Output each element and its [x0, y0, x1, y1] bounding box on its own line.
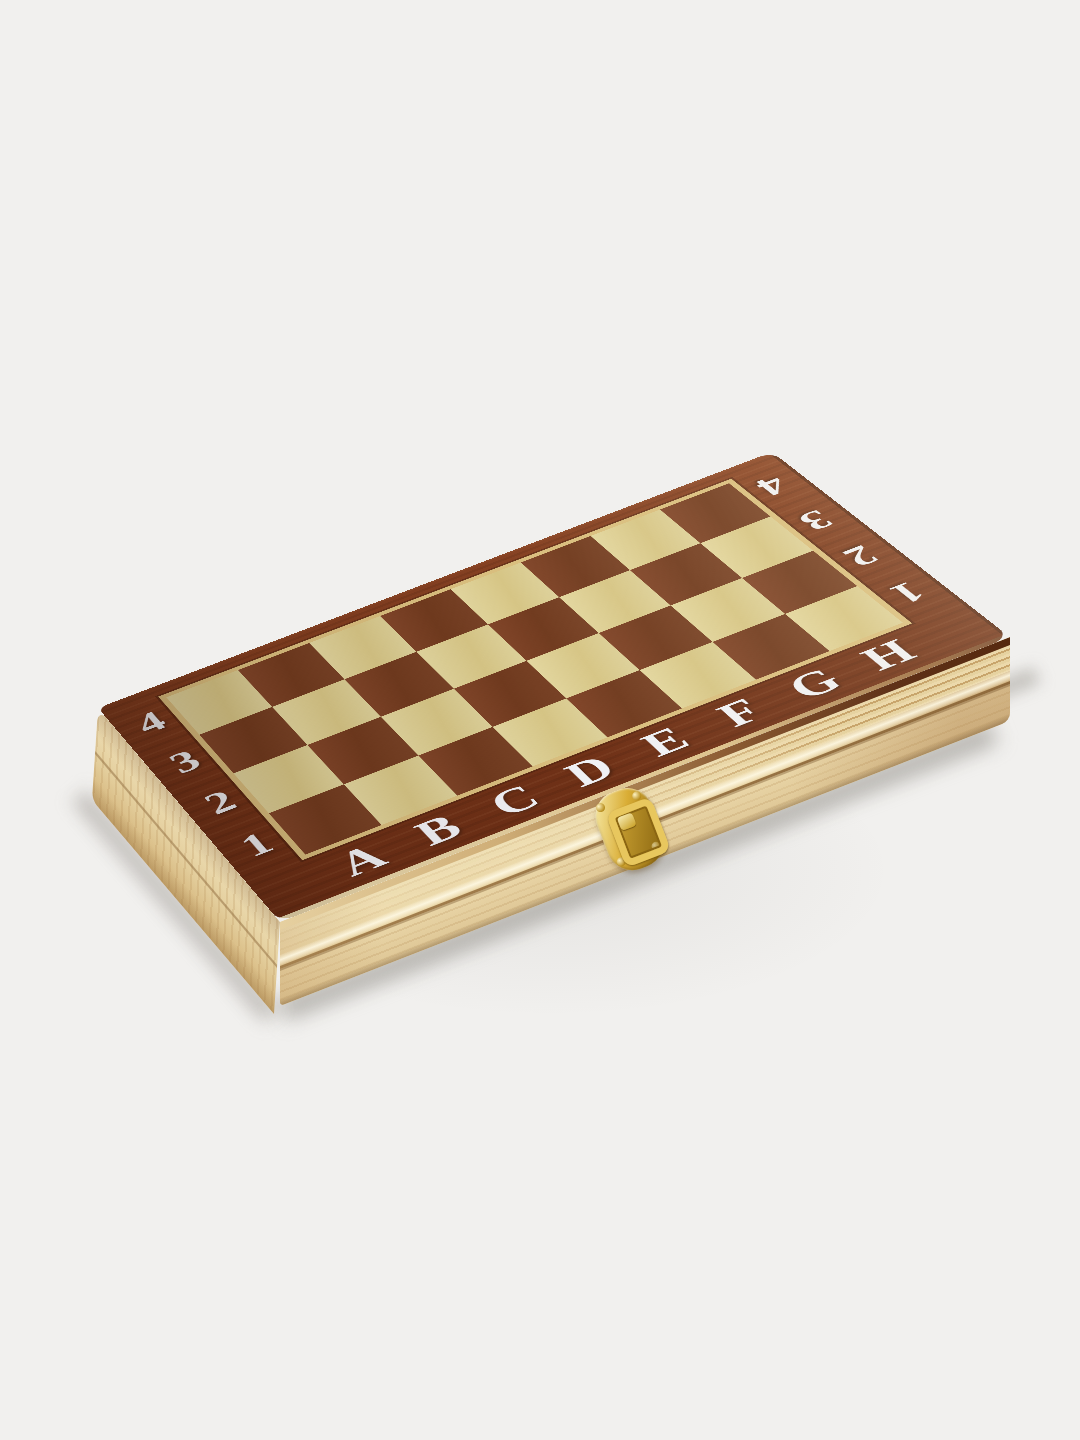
product-photo: ABCDEFGH 4321 4321 [0, 0, 1080, 1440]
